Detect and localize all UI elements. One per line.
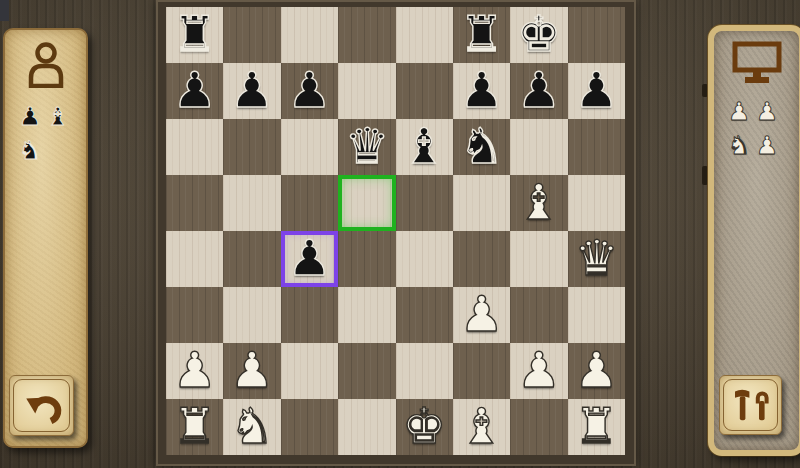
piece-black-pawn-f7: ♟ — [453, 63, 510, 119]
square-d4[interactable] — [338, 231, 395, 287]
piece-white-rook-a1: ♜ — [166, 399, 223, 455]
square-f4[interactable] — [453, 231, 510, 287]
square-c7[interactable]: ♟ — [281, 63, 338, 119]
piece-white-pawn-b2: ♟ — [223, 343, 280, 399]
captured-black-pawn: ♟ — [16, 102, 44, 132]
piece-white-pawn-f3: ♟ — [453, 287, 510, 343]
square-d1[interactable] — [338, 399, 395, 455]
square-d7[interactable] — [338, 63, 395, 119]
tools-button[interactable] — [719, 375, 782, 435]
square-a4[interactable] — [166, 231, 223, 287]
square-f8[interactable]: ♜ — [453, 7, 510, 63]
square-e8[interactable] — [396, 7, 453, 63]
undo-arrow-icon — [21, 386, 63, 426]
human-avatar-icon — [23, 40, 69, 88]
square-g6[interactable] — [510, 119, 567, 175]
captured-black-pieces-tray: ♟♝♞ — [5, 102, 86, 166]
square-a3[interactable] — [166, 287, 223, 343]
square-e4[interactable] — [396, 231, 453, 287]
square-a2[interactable]: ♟ — [166, 343, 223, 399]
captured-white-knight: ♞ — [725, 131, 753, 161]
piece-white-king-e1: ♚ — [396, 399, 453, 455]
captured-white-pawn: ♟ — [753, 97, 781, 127]
captured-black-knight: ♞ — [16, 136, 44, 166]
computer-monitor-icon — [731, 41, 783, 83]
chess-board-frame: ♜♜♚♟♟♟♟♟♟♛♝♞♝♟♛♟♟♟♟♟♜♞♚♝♜ — [156, 0, 636, 466]
square-g8[interactable]: ♚ — [510, 7, 567, 63]
square-b1[interactable]: ♞ — [223, 399, 280, 455]
piece-black-pawn-c4: ♟ — [281, 231, 338, 287]
piece-white-pawn-g2: ♟ — [510, 343, 567, 399]
square-a8[interactable]: ♜ — [166, 7, 223, 63]
piece-white-bishop-f1: ♝ — [453, 399, 510, 455]
square-h5[interactable] — [568, 175, 625, 231]
square-b2[interactable]: ♟ — [223, 343, 280, 399]
captured-empty-slot — [44, 136, 72, 166]
piece-black-rook-a8: ♜ — [166, 7, 223, 63]
square-f3[interactable]: ♟ — [453, 287, 510, 343]
piece-white-pawn-a2: ♟ — [166, 343, 223, 399]
chess-board: ♜♜♚♟♟♟♟♟♟♛♝♞♝♟♛♟♟♟♟♟♜♞♚♝♜ — [166, 7, 625, 455]
square-c8[interactable] — [281, 7, 338, 63]
square-f7[interactable]: ♟ — [453, 63, 510, 119]
square-e1[interactable]: ♚ — [396, 399, 453, 455]
piece-white-bishop-g5: ♝ — [510, 175, 567, 231]
square-c3[interactable] — [281, 287, 338, 343]
piece-black-rook-f8: ♜ — [453, 7, 510, 63]
square-g3[interactable] — [510, 287, 567, 343]
square-f2[interactable] — [453, 343, 510, 399]
square-c5[interactable] — [281, 175, 338, 231]
undo-button[interactable] — [9, 375, 74, 436]
square-g2[interactable]: ♟ — [510, 343, 567, 399]
square-h2[interactable]: ♟ — [568, 343, 625, 399]
square-b6[interactable] — [223, 119, 280, 175]
captured-black-bishop: ♝ — [44, 102, 72, 132]
square-e5[interactable] — [396, 175, 453, 231]
piece-black-pawn-a7: ♟ — [166, 63, 223, 119]
square-e2[interactable] — [396, 343, 453, 399]
square-e6[interactable]: ♝ — [396, 119, 453, 175]
piece-white-rook-h1: ♜ — [568, 399, 625, 455]
square-b4[interactable] — [223, 231, 280, 287]
square-c6[interactable] — [281, 119, 338, 175]
piece-black-pawn-h7: ♟ — [568, 63, 625, 119]
square-f1[interactable]: ♝ — [453, 399, 510, 455]
square-b3[interactable] — [223, 287, 280, 343]
square-d2[interactable] — [338, 343, 395, 399]
piece-white-queen-h4: ♛ — [568, 231, 625, 287]
square-g5[interactable]: ♝ — [510, 175, 567, 231]
square-h3[interactable] — [568, 287, 625, 343]
piece-black-king-g8: ♚ — [510, 7, 567, 63]
square-g7[interactable]: ♟ — [510, 63, 567, 119]
square-f5[interactable] — [453, 175, 510, 231]
piece-black-knight-f6: ♞ — [453, 119, 510, 175]
square-h1[interactable]: ♜ — [568, 399, 625, 455]
captured-white-pieces-tray: ♟♟♞♟ — [714, 97, 799, 161]
square-h7[interactable]: ♟ — [568, 63, 625, 119]
captured-white-pawn: ♟ — [725, 97, 753, 127]
square-h6[interactable] — [568, 119, 625, 175]
square-d8[interactable] — [338, 7, 395, 63]
hammer-wrench-icon — [731, 386, 771, 424]
square-g1[interactable] — [510, 399, 567, 455]
piece-black-pawn-b7: ♟ — [223, 63, 280, 119]
square-f6[interactable]: ♞ — [453, 119, 510, 175]
piece-black-bishop-e6: ♝ — [396, 119, 453, 175]
piece-black-queen-d6: ♛ — [338, 119, 395, 175]
square-h4[interactable]: ♛ — [568, 231, 625, 287]
screen-corner-notch — [0, 0, 9, 21]
square-a6[interactable] — [166, 119, 223, 175]
square-c2[interactable] — [281, 343, 338, 399]
square-c4[interactable]: ♟ — [281, 231, 338, 287]
piece-white-pawn-h2: ♟ — [568, 343, 625, 399]
piece-black-pawn-g7: ♟ — [510, 63, 567, 119]
square-a1[interactable]: ♜ — [166, 399, 223, 455]
square-b8[interactable] — [223, 7, 280, 63]
square-e3[interactable] — [396, 287, 453, 343]
captured-white-pawn: ♟ — [753, 131, 781, 161]
square-a7[interactable]: ♟ — [166, 63, 223, 119]
square-g4[interactable] — [510, 231, 567, 287]
square-e7[interactable] — [396, 63, 453, 119]
app-background: ♟♝♞ ♜♜♚♟♟♟♟♟♟♛♝♞♝♟♛♟♟♟♟♟♜♞♚♝♜ ♟♟♞♟ — [0, 0, 800, 468]
square-d3[interactable] — [338, 287, 395, 343]
square-d6[interactable]: ♛ — [338, 119, 395, 175]
square-c1[interactable] — [281, 399, 338, 455]
square-a5[interactable] — [166, 175, 223, 231]
square-h8[interactable] — [568, 7, 625, 63]
square-b5[interactable] — [223, 175, 280, 231]
piece-white-knight-b1: ♞ — [223, 399, 280, 455]
piece-black-pawn-c7: ♟ — [281, 63, 338, 119]
square-b7[interactable]: ♟ — [223, 63, 280, 119]
square-d5[interactable] — [338, 175, 395, 231]
